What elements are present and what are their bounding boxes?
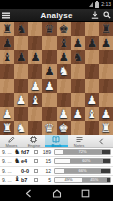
white-wins-segment: 49%	[55, 178, 82, 182]
square-b7[interactable]	[14, 36, 28, 50]
square-c8[interactable]	[28, 22, 42, 36]
games-count: 189	[39, 149, 51, 155]
square-g1[interactable]	[85, 121, 99, 135]
square-h3[interactable]	[99, 93, 113, 107]
recents-icon[interactable]	[81, 184, 90, 201]
white-knight-piece: ♞	[16, 121, 26, 135]
stats-bar: 49%45%	[54, 177, 111, 183]
draws-segment: 72%	[63, 150, 103, 154]
white-wins-segment	[55, 169, 64, 173]
black-pawn-piece: ♟	[44, 64, 54, 78]
tab-moves[interactable]: Moves	[0, 135, 23, 147]
black-wins-segment	[101, 169, 110, 173]
signal-icon	[89, 2, 93, 7]
move-label: e4	[21, 158, 34, 164]
square-c6[interactable]: ♟	[28, 50, 42, 64]
square-d8[interactable]: ♛	[42, 22, 56, 36]
square-a1[interactable]: ♜	[0, 121, 14, 135]
square-g6[interactable]	[85, 50, 99, 64]
square-e7[interactable]: ♝	[57, 36, 71, 50]
black-knight-piece: ♞	[73, 50, 83, 64]
square-d3[interactable]	[42, 93, 56, 107]
black-pawn-piece: ♟	[16, 50, 26, 64]
home-icon[interactable]	[52, 184, 62, 201]
app-toolbar: Analyse	[0, 9, 113, 22]
square-h6[interactable]	[99, 50, 113, 64]
square-g2[interactable]: ♝	[85, 107, 99, 121]
black-pawn-piece: ♟	[73, 36, 83, 50]
black-pawn-piece: ♟	[87, 36, 97, 50]
black-wins-segment	[107, 178, 110, 182]
white-rook-piece: ♜	[101, 121, 111, 135]
square-f6[interactable]: ♞	[71, 50, 85, 64]
black-knight-piece: ♞	[16, 22, 26, 36]
square-e6[interactable]: ♟	[57, 50, 71, 64]
square-f3[interactable]	[71, 93, 85, 107]
white-pawn-piece: ♟	[101, 107, 111, 121]
move-number: 9. ...	[2, 158, 14, 164]
move-number: 9. ...	[2, 177, 14, 183]
square-g8[interactable]	[85, 22, 99, 36]
square-e4[interactable]	[57, 79, 71, 93]
square-f4[interactable]	[71, 79, 85, 93]
move-label: 0-0	[21, 168, 34, 174]
games-count: 15	[39, 158, 51, 164]
tab-bar: Moves Engine Book Notes	[0, 135, 113, 148]
square-c7[interactable]	[28, 36, 42, 50]
black-bishop-piece: ♝	[2, 50, 12, 64]
chevron-left-icon	[98, 138, 105, 145]
square-c5[interactable]	[28, 64, 42, 78]
tab-collapse[interactable]	[90, 135, 113, 147]
white-pawn-piece: ♟	[16, 93, 26, 107]
square-a2[interactable]: ♟	[0, 107, 14, 121]
book-row[interactable]: 9. ...0-01266%	[0, 167, 113, 176]
square-a7[interactable]: ♟	[0, 36, 14, 50]
square-b4[interactable]	[14, 79, 28, 93]
games-icon	[34, 169, 38, 173]
tab-notes[interactable]: Notes	[68, 135, 91, 147]
square-f1[interactable]	[71, 121, 85, 135]
square-d1[interactable]: ♛	[42, 121, 56, 135]
black-pawn-piece: ♟	[30, 50, 40, 64]
white-pawn-piece: ♟	[58, 107, 68, 121]
app-screen: 2:13 Analyse ♜♞♛♚♜♟♝♟♟♟♝♟♟♟♞♟♞♟♟♟♝♟♟♟♟♝♟…	[0, 0, 113, 200]
square-a3[interactable]	[0, 93, 14, 107]
stats-bar: 66%	[54, 168, 111, 174]
square-e8[interactable]: ♚	[57, 22, 71, 36]
black-queen-piece: ♛	[44, 22, 54, 36]
stats-bar: 60%	[54, 158, 111, 164]
black-pawn-piece: ♟	[58, 50, 68, 64]
white-pawn-piece: ♟	[2, 107, 12, 121]
black-wins-segment	[103, 159, 110, 163]
square-h8[interactable]: ♜	[99, 22, 113, 36]
draws-segment: 60%	[70, 159, 103, 163]
square-h5[interactable]	[99, 64, 113, 78]
black-rook-piece: ♜	[2, 22, 12, 36]
square-e2[interactable]: ♟	[57, 107, 71, 121]
square-g5[interactable]	[85, 64, 99, 78]
square-g3[interactable]: ♟	[85, 93, 99, 107]
tab-engine[interactable]: Engine	[23, 135, 46, 147]
black-rook-piece: ♜	[101, 22, 111, 36]
square-d2[interactable]	[42, 107, 56, 121]
square-g7[interactable]: ♟	[85, 36, 99, 50]
square-d4[interactable]: ♟	[42, 79, 56, 93]
white-knight-piece: ♞	[58, 64, 68, 78]
square-c1[interactable]	[28, 121, 42, 135]
square-a6[interactable]: ♝	[0, 50, 14, 64]
square-b5[interactable]	[14, 64, 28, 78]
black-wins-segment	[102, 150, 110, 154]
black-pawn-piece: ♟	[101, 36, 111, 50]
white-bishop-piece: ♝	[87, 107, 97, 121]
square-b6[interactable]: ♟	[14, 50, 28, 64]
square-e1[interactable]: ♚	[57, 121, 71, 135]
games-count: 5	[39, 177, 51, 183]
draws-segment: 66%	[64, 169, 100, 173]
square-f5[interactable]	[71, 64, 85, 78]
games-icon	[34, 178, 38, 182]
move-label: b7	[21, 177, 34, 183]
white-rook-piece: ♜	[2, 121, 12, 135]
white-pawn-piece: ♟	[30, 79, 40, 93]
white-wins-segment	[55, 150, 63, 154]
back-icon[interactable]	[24, 184, 33, 201]
square-c3[interactable]: ♝	[28, 93, 42, 107]
square-d5[interactable]: ♟	[42, 64, 56, 78]
games-count: 12	[39, 168, 51, 174]
white-queen-piece: ♛	[44, 121, 54, 135]
square-a8[interactable]: ♜	[0, 22, 14, 36]
square-f8[interactable]	[71, 22, 85, 36]
move-number: 9. ...	[2, 168, 14, 174]
square-c2[interactable]	[28, 107, 42, 121]
square-e3[interactable]	[57, 93, 71, 107]
square-b8[interactable]: ♞	[14, 22, 28, 36]
search-icon[interactable]	[101, 9, 113, 22]
book-row[interactable]: 9. ...♞fd718972%	[0, 148, 113, 157]
square-h4[interactable]	[99, 79, 113, 93]
white-bishop-piece: ♝	[30, 93, 40, 107]
white-pawn-piece: ♟	[73, 107, 83, 121]
square-a5[interactable]	[0, 64, 14, 78]
move-label: fd7	[21, 149, 34, 155]
android-nav-bar	[0, 185, 113, 200]
white-pawn-piece: ♟	[87, 93, 97, 107]
stats-bar: 72%	[54, 149, 111, 155]
white-wins-segment	[55, 159, 70, 163]
black-king-piece: ♚	[58, 22, 68, 36]
white-king-piece: ♚	[58, 121, 68, 135]
games-icon	[34, 150, 38, 154]
chess-board: ♜♞♛♚♜♟♝♟♟♟♝♟♟♟♞♟♞♟♟♟♝♟♟♟♟♝♟♜♞♛♚♜	[0, 22, 113, 135]
square-c4[interactable]: ♟	[28, 79, 42, 93]
square-b3[interactable]: ♟	[14, 93, 28, 107]
draws-segment: 45%	[82, 178, 107, 182]
square-d6[interactable]	[42, 50, 56, 64]
download-icon[interactable]	[89, 9, 101, 22]
square-h2[interactable]: ♟	[99, 107, 113, 121]
white-pawn-piece: ♟	[44, 79, 54, 93]
square-a4[interactable]	[0, 79, 14, 93]
battery-icon	[95, 2, 99, 8]
square-d7[interactable]	[42, 36, 56, 50]
square-f2[interactable]: ♟	[71, 107, 85, 121]
square-e5[interactable]: ♞	[57, 64, 71, 78]
menu-icon[interactable]	[0, 9, 12, 22]
figurine-icon: ♞	[14, 157, 21, 166]
book-table: 9. ...♞fd718972%9. ...♞e41560%9. ...0-01…	[0, 148, 113, 185]
square-b1[interactable]: ♞	[14, 121, 28, 135]
square-b2[interactable]	[14, 107, 28, 121]
move-number: 9. ...	[2, 149, 14, 155]
tab-book[interactable]: Book	[45, 135, 68, 147]
black-bishop-piece: ♝	[58, 36, 68, 50]
black-pawn-piece: ♟	[2, 36, 12, 50]
book-row[interactable]: 9. ...♞e41560%	[0, 157, 113, 166]
square-g4[interactable]	[85, 79, 99, 93]
games-icon	[34, 159, 38, 163]
figurine-icon: ♞	[14, 148, 21, 157]
figurine-icon: ♝	[14, 175, 21, 184]
square-f7[interactable]: ♟	[71, 36, 85, 50]
square-h7[interactable]: ♟	[99, 36, 113, 50]
square-h1[interactable]: ♜	[99, 121, 113, 135]
